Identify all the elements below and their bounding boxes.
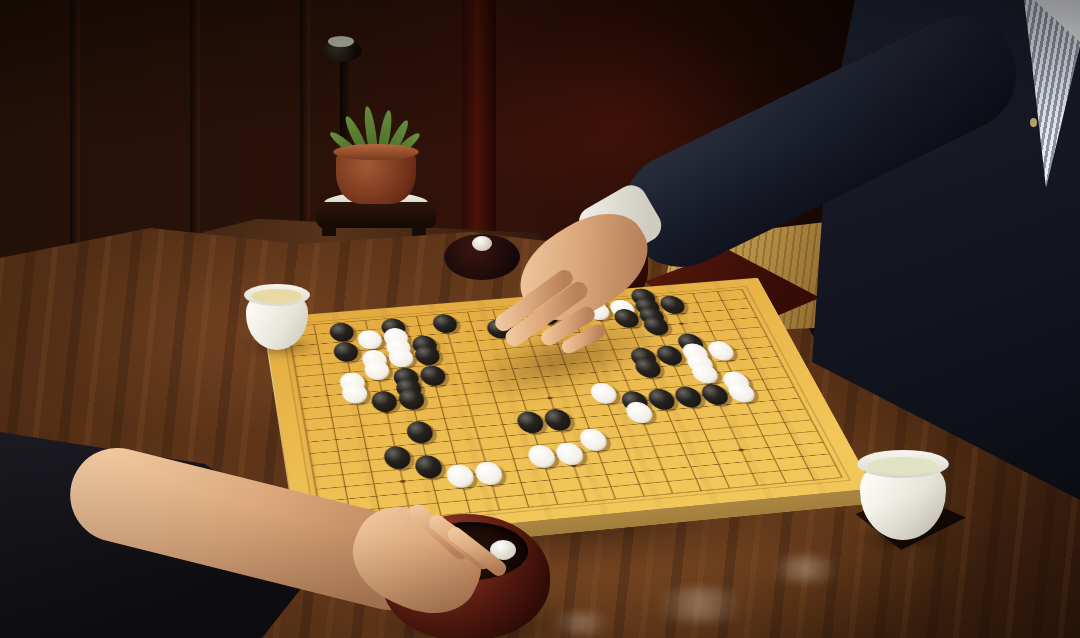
captured-white-stone bbox=[472, 236, 492, 251]
table-dust bbox=[640, 588, 760, 622]
plant-stand-leg bbox=[412, 224, 426, 236]
bonsai-plant bbox=[300, 100, 450, 240]
cabinet-panel-line bbox=[70, 0, 80, 260]
shirt-button bbox=[1030, 118, 1037, 127]
cabinet-red-pillar bbox=[462, 0, 496, 250]
cabinet-panel-line bbox=[190, 0, 200, 260]
table-dust bbox=[760, 556, 850, 582]
tea-cup-left-tea bbox=[252, 289, 302, 303]
bonsai-pot-rim bbox=[333, 144, 419, 160]
incense-cup-highlight bbox=[328, 36, 354, 47]
go-game-photo-scene bbox=[0, 0, 1080, 638]
plant-stand-leg bbox=[322, 224, 336, 236]
tea-cup-right-tea bbox=[868, 457, 938, 475]
